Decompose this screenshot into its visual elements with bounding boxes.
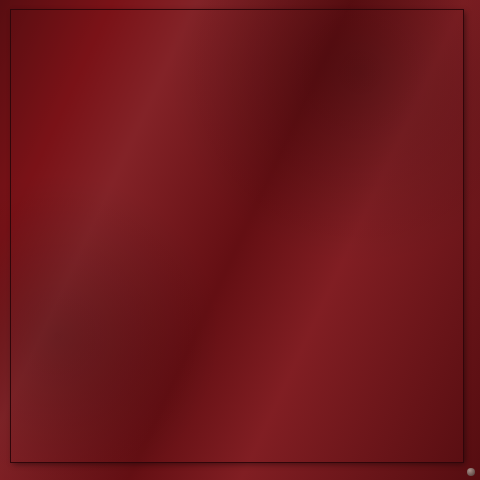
chess-board — [11, 10, 463, 462]
rank-labels — [0, 10, 11, 462]
corner-dot-icon — [467, 468, 475, 476]
file-labels — [11, 462, 463, 480]
board-frame — [0, 0, 480, 480]
